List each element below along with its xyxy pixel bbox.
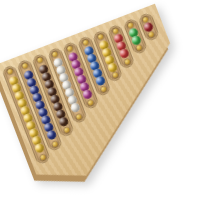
brass-pin <box>67 45 73 51</box>
brass-pin <box>88 99 94 105</box>
slots <box>0 4 155 66</box>
brass-pin <box>148 31 154 37</box>
bead-magenta-purple[interactable] <box>82 88 94 100</box>
bead-bar-1-dark-red[interactable] <box>143 21 154 32</box>
bead-bar-2-green[interactable] <box>128 27 142 45</box>
brass-pin <box>100 86 106 92</box>
brass-pin <box>124 58 130 64</box>
brass-pin <box>112 72 118 78</box>
brass-pin <box>136 45 142 51</box>
brass-pin <box>64 127 70 133</box>
bead-stair-photo <box>0 0 200 200</box>
brass-pin <box>76 113 82 119</box>
brass-pin <box>22 63 28 69</box>
brass-pin <box>82 40 88 46</box>
bead-golden-yellow[interactable] <box>33 143 45 155</box>
bead-bar-3-red-pink[interactable] <box>113 33 130 59</box>
bead-stair-board <box>0 4 200 193</box>
brass-pin <box>37 57 43 63</box>
brass-pin <box>52 51 58 57</box>
bead-white[interactable] <box>70 102 82 114</box>
bead-dark-red[interactable] <box>143 21 155 33</box>
brass-pin <box>97 34 103 40</box>
bead-green[interactable] <box>131 34 143 46</box>
brass-pin <box>39 154 45 160</box>
bead-red-pink[interactable] <box>118 48 130 60</box>
brass-pin <box>51 141 57 147</box>
brass-pin <box>6 69 12 75</box>
